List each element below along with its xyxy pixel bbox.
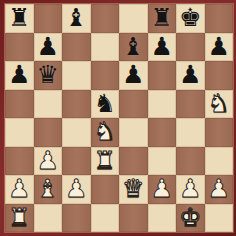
white-pawn: ♟	[208, 175, 230, 204]
square-a4[interactable]	[5, 118, 34, 147]
white-rook: ♜	[94, 147, 116, 176]
square-b2[interactable]: ♝	[34, 175, 63, 204]
chess-board: ♜♝♜♚♟♝♟♟♟♛♟♟♞♞♞♟♜♟♝♟♛♟♟♟♜♚	[5, 4, 233, 232]
square-d1[interactable]	[91, 204, 120, 233]
square-a1[interactable]: ♜	[5, 204, 34, 233]
black-pawn: ♟	[8, 61, 30, 90]
chess-board-frame: ♜♝♜♚♟♝♟♟♟♛♟♟♞♞♞♟♜♟♝♟♛♟♟♟♜♚	[0, 0, 236, 236]
square-f3[interactable]	[148, 147, 177, 176]
black-pawn: ♟	[179, 61, 201, 90]
square-h8[interactable]	[205, 4, 234, 33]
white-knight: ♞	[94, 118, 116, 147]
square-b1[interactable]	[34, 204, 63, 233]
square-c8[interactable]: ♝	[62, 4, 91, 33]
square-h1[interactable]	[205, 204, 234, 233]
black-rook: ♜	[8, 4, 30, 33]
square-e6[interactable]: ♟	[119, 61, 148, 90]
square-h6[interactable]	[205, 61, 234, 90]
white-queen: ♛	[122, 175, 144, 204]
square-c2[interactable]: ♟	[62, 175, 91, 204]
black-knight: ♞	[94, 90, 116, 119]
square-g1[interactable]: ♚	[176, 204, 205, 233]
square-d2[interactable]	[91, 175, 120, 204]
white-king: ♚	[179, 204, 201, 233]
square-a6[interactable]: ♟	[5, 61, 34, 90]
black-pawn: ♟	[151, 33, 173, 62]
square-f6[interactable]	[148, 61, 177, 90]
square-f8[interactable]: ♜	[148, 4, 177, 33]
square-d5[interactable]: ♞	[91, 90, 120, 119]
square-b8[interactable]	[34, 4, 63, 33]
white-pawn: ♟	[37, 147, 59, 176]
square-h5[interactable]: ♞	[205, 90, 234, 119]
white-bishop: ♝	[37, 175, 59, 204]
square-f5[interactable]	[148, 90, 177, 119]
square-a2[interactable]: ♟	[5, 175, 34, 204]
square-b4[interactable]	[34, 118, 63, 147]
square-f4[interactable]	[148, 118, 177, 147]
white-pawn: ♟	[151, 175, 173, 204]
square-g4[interactable]	[176, 118, 205, 147]
square-c4[interactable]	[62, 118, 91, 147]
white-pawn: ♟	[65, 175, 87, 204]
black-pawn: ♟	[208, 33, 230, 62]
square-d7[interactable]	[91, 33, 120, 62]
square-d8[interactable]	[91, 4, 120, 33]
square-g7[interactable]	[176, 33, 205, 62]
black-king: ♚	[179, 4, 201, 33]
square-a3[interactable]	[5, 147, 34, 176]
square-d3[interactable]: ♜	[91, 147, 120, 176]
square-e8[interactable]	[119, 4, 148, 33]
square-c3[interactable]	[62, 147, 91, 176]
white-pawn: ♟	[179, 175, 201, 204]
black-rook: ♜	[151, 4, 173, 33]
square-g8[interactable]: ♚	[176, 4, 205, 33]
white-rook: ♜	[8, 204, 30, 233]
square-h4[interactable]	[205, 118, 234, 147]
square-h2[interactable]: ♟	[205, 175, 234, 204]
square-a8[interactable]: ♜	[5, 4, 34, 33]
square-d6[interactable]	[91, 61, 120, 90]
black-bishop: ♝	[65, 4, 87, 33]
square-e5[interactable]	[119, 90, 148, 119]
square-e2[interactable]: ♛	[119, 175, 148, 204]
square-b7[interactable]: ♟	[34, 33, 63, 62]
square-c7[interactable]	[62, 33, 91, 62]
square-e4[interactable]	[119, 118, 148, 147]
white-pawn: ♟	[8, 175, 30, 204]
square-h3[interactable]	[205, 147, 234, 176]
square-a5[interactable]	[5, 90, 34, 119]
square-c6[interactable]	[62, 61, 91, 90]
square-e1[interactable]	[119, 204, 148, 233]
square-b3[interactable]: ♟	[34, 147, 63, 176]
black-bishop: ♝	[122, 33, 144, 62]
square-e7[interactable]: ♝	[119, 33, 148, 62]
square-b5[interactable]	[34, 90, 63, 119]
square-f7[interactable]: ♟	[148, 33, 177, 62]
square-a7[interactable]	[5, 33, 34, 62]
square-g6[interactable]: ♟	[176, 61, 205, 90]
black-queen: ♛	[37, 61, 59, 90]
square-g2[interactable]: ♟	[176, 175, 205, 204]
square-c5[interactable]	[62, 90, 91, 119]
black-pawn: ♟	[37, 33, 59, 62]
square-f2[interactable]: ♟	[148, 175, 177, 204]
square-e3[interactable]	[119, 147, 148, 176]
white-knight: ♞	[208, 90, 230, 119]
square-g5[interactable]	[176, 90, 205, 119]
square-h7[interactable]: ♟	[205, 33, 234, 62]
square-g3[interactable]	[176, 147, 205, 176]
square-d4[interactable]: ♞	[91, 118, 120, 147]
square-b6[interactable]: ♛	[34, 61, 63, 90]
square-c1[interactable]	[62, 204, 91, 233]
black-pawn: ♟	[122, 61, 144, 90]
square-f1[interactable]	[148, 204, 177, 233]
